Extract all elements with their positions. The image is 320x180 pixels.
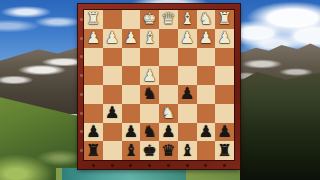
- square-g2[interactable]: ♟: [103, 29, 122, 48]
- rank-mark-3: [80, 55, 83, 58]
- square-f7[interactable]: ♟: [122, 123, 141, 142]
- square-d1[interactable]: ♛: [159, 10, 178, 29]
- file-mark-e: [148, 164, 151, 167]
- rank-mark-5: [80, 93, 83, 96]
- square-e5[interactable]: ♞: [140, 85, 159, 104]
- black-queen: ♛: [161, 143, 175, 159]
- square-g8[interactable]: [103, 141, 122, 160]
- square-d4[interactable]: [159, 66, 178, 85]
- white-pawn: ♟: [124, 30, 138, 46]
- square-b3[interactable]: [197, 48, 216, 67]
- square-c8[interactable]: ♝: [178, 141, 197, 160]
- square-a6[interactable]: [215, 104, 234, 123]
- square-b2[interactable]: ♟: [197, 29, 216, 48]
- thumbnail-stage: ♜♚♛♝♞♜♟♟♟♝♟♟♟♟♞♟♟♞♟♟♞♟♟♟♜♝♚♛♝♜: [0, 0, 320, 180]
- black-pawn: ♟: [86, 124, 100, 140]
- square-h3[interactable]: [84, 48, 103, 67]
- square-c5[interactable]: ♟: [178, 85, 197, 104]
- white-knight: ♞: [161, 105, 175, 121]
- white-pawn: ♟: [86, 30, 100, 46]
- square-e3[interactable]: [140, 48, 159, 67]
- rank-mark-1: [80, 18, 83, 21]
- rank-mark-4: [80, 74, 83, 77]
- file-mark-f: [129, 164, 132, 167]
- square-g6[interactable]: ♟: [103, 104, 122, 123]
- square-e1[interactable]: ♚: [140, 10, 159, 29]
- square-a1[interactable]: ♜: [215, 10, 234, 29]
- square-b4[interactable]: [197, 66, 216, 85]
- square-e4[interactable]: ♟: [140, 66, 159, 85]
- square-f1[interactable]: [122, 10, 141, 29]
- square-b5[interactable]: [197, 85, 216, 104]
- black-pawn: ♟: [180, 86, 194, 102]
- file-mark-a: [223, 164, 226, 167]
- file-mark-h: [92, 164, 95, 167]
- black-rook: ♜: [86, 143, 100, 159]
- square-e7[interactable]: ♞: [140, 123, 159, 142]
- square-d8[interactable]: ♛: [159, 141, 178, 160]
- square-g5[interactable]: [103, 85, 122, 104]
- white-pawn: ♟: [142, 68, 156, 84]
- black-bishop: ♝: [180, 143, 194, 159]
- square-d7[interactable]: ♟: [159, 123, 178, 142]
- square-b8[interactable]: [197, 141, 216, 160]
- square-b7[interactable]: ♟: [197, 123, 216, 142]
- black-bishop: ♝: [124, 143, 138, 159]
- white-queen: ♛: [161, 11, 175, 27]
- rank-mark-6: [80, 112, 83, 115]
- rank-mark-2: [80, 37, 83, 40]
- square-h7[interactable]: ♟: [84, 123, 103, 142]
- white-pawn: ♟: [180, 30, 194, 46]
- square-g7[interactable]: [103, 123, 122, 142]
- white-bishop: ♝: [180, 11, 194, 27]
- white-rook: ♜: [86, 11, 100, 27]
- chess-board[interactable]: ♜♚♛♝♞♜♟♟♟♝♟♟♟♟♞♟♟♞♟♟♞♟♟♟♜♝♚♛♝♜: [78, 4, 240, 169]
- white-pawn: ♟: [199, 30, 213, 46]
- white-bishop: ♝: [142, 30, 156, 46]
- square-c2[interactable]: ♟: [178, 29, 197, 48]
- black-rook: ♜: [217, 143, 231, 159]
- rank-mark-7: [80, 130, 83, 133]
- board-grid[interactable]: ♜♚♛♝♞♜♟♟♟♝♟♟♟♟♞♟♟♞♟♟♞♟♟♟♜♝♚♛♝♜: [84, 10, 234, 160]
- white-rook: ♜: [217, 11, 231, 27]
- square-f8[interactable]: ♝: [122, 141, 141, 160]
- black-pawn: ♟: [124, 124, 138, 140]
- square-f4[interactable]: [122, 66, 141, 85]
- square-f2[interactable]: ♟: [122, 29, 141, 48]
- turquoise-lake: [62, 168, 186, 180]
- square-d6[interactable]: ♞: [159, 104, 178, 123]
- square-h2[interactable]: ♟: [84, 29, 103, 48]
- square-a8[interactable]: ♜: [215, 141, 234, 160]
- square-e6[interactable]: [140, 104, 159, 123]
- square-a4[interactable]: [215, 66, 234, 85]
- file-mark-b: [204, 164, 207, 167]
- rank-marks: [79, 10, 83, 160]
- square-c6[interactable]: [178, 104, 197, 123]
- file-mark-g: [111, 164, 114, 167]
- square-c4[interactable]: [178, 66, 197, 85]
- square-c7[interactable]: [178, 123, 197, 142]
- black-pawn: ♟: [199, 124, 213, 140]
- square-c3[interactable]: [178, 48, 197, 67]
- dark-cliff-slope: [230, 66, 320, 180]
- square-h1[interactable]: ♜: [84, 10, 103, 29]
- white-pawn: ♟: [217, 30, 231, 46]
- black-pawn: ♟: [105, 105, 119, 121]
- square-e2[interactable]: ♝: [140, 29, 159, 48]
- black-knight: ♞: [142, 86, 156, 102]
- black-knight: ♞: [142, 124, 156, 140]
- square-h6[interactable]: [84, 104, 103, 123]
- square-b6[interactable]: [197, 104, 216, 123]
- square-g3[interactable]: [103, 48, 122, 67]
- black-pawn: ♟: [161, 124, 175, 140]
- rank-mark-8: [80, 149, 83, 152]
- file-mark-c: [186, 164, 189, 167]
- square-h8[interactable]: ♜: [84, 141, 103, 160]
- square-d3[interactable]: [159, 48, 178, 67]
- black-king: ♚: [142, 143, 156, 159]
- square-e8[interactable]: ♚: [140, 141, 159, 160]
- square-b1[interactable]: ♞: [197, 10, 216, 29]
- square-a7[interactable]: ♟: [215, 123, 234, 142]
- white-pawn: ♟: [105, 30, 119, 46]
- file-marks: [84, 163, 234, 167]
- square-c1[interactable]: ♝: [178, 10, 197, 29]
- white-knight: ♞: [199, 11, 213, 27]
- file-mark-d: [167, 164, 170, 167]
- square-g1[interactable]: [103, 10, 122, 29]
- square-a3[interactable]: [215, 48, 234, 67]
- square-h4[interactable]: [84, 66, 103, 85]
- square-f6[interactable]: [122, 104, 141, 123]
- square-d2[interactable]: [159, 29, 178, 48]
- square-f3[interactable]: [122, 48, 141, 67]
- square-a2[interactable]: ♟: [215, 29, 234, 48]
- white-king: ♚: [142, 11, 156, 27]
- square-a5[interactable]: [215, 85, 234, 104]
- square-h5[interactable]: [84, 85, 103, 104]
- square-f5[interactable]: [122, 85, 141, 104]
- square-g4[interactable]: [103, 66, 122, 85]
- square-d5[interactable]: [159, 85, 178, 104]
- black-pawn: ♟: [217, 124, 231, 140]
